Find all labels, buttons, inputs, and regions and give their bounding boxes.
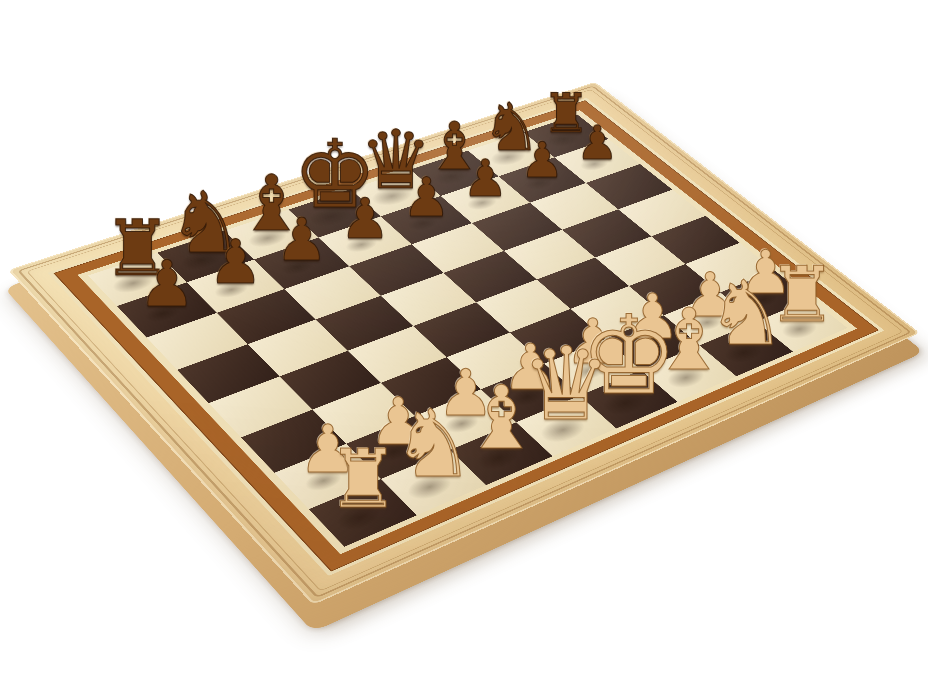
checkerboard-grid [88, 115, 847, 547]
product-photo-scene: ♜♞♝♚♛♝♞♜♟♟♟♟♟♟♟♟♟♟♟♟♟♟♟♟♜♞♝♛♚♝♞♜ [0, 0, 928, 686]
chess-board [8, 82, 920, 605]
